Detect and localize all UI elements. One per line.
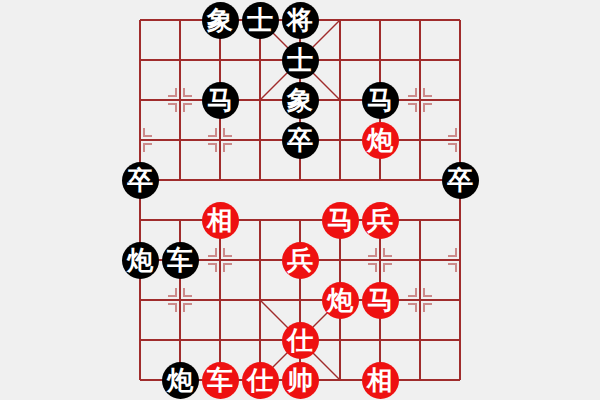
red-cannon[interactable]: 炮 bbox=[362, 122, 399, 159]
red-chariot[interactable]: 车 bbox=[202, 362, 239, 399]
black-cannon[interactable]: 炮 bbox=[162, 362, 199, 399]
xiangqi-board[interactable]: 象士将士马象马卒卒卒炮车炮炮相马兵兵炮马仕车仕帅相 bbox=[120, 0, 480, 400]
black-horse[interactable]: 马 bbox=[362, 82, 399, 119]
black-soldier[interactable]: 卒 bbox=[442, 162, 479, 199]
black-advisor[interactable]: 士 bbox=[282, 42, 319, 79]
red-advisor[interactable]: 仕 bbox=[282, 322, 319, 359]
black-elephant[interactable]: 象 bbox=[282, 82, 319, 119]
red-elephant[interactable]: 相 bbox=[202, 202, 239, 239]
red-advisor[interactable]: 仕 bbox=[242, 362, 279, 399]
red-general[interactable]: 帅 bbox=[282, 362, 319, 399]
black-horse[interactable]: 马 bbox=[202, 82, 239, 119]
red-elephant[interactable]: 相 bbox=[362, 362, 399, 399]
black-soldier[interactable]: 卒 bbox=[122, 162, 159, 199]
black-elephant[interactable]: 象 bbox=[202, 2, 239, 39]
red-soldier[interactable]: 兵 bbox=[362, 202, 399, 239]
black-general[interactable]: 将 bbox=[282, 2, 319, 39]
black-cannon[interactable]: 炮 bbox=[122, 242, 159, 279]
red-horse[interactable]: 马 bbox=[362, 282, 399, 319]
red-soldier[interactable]: 兵 bbox=[282, 242, 319, 279]
black-soldier[interactable]: 卒 bbox=[282, 122, 319, 159]
red-cannon[interactable]: 炮 bbox=[322, 282, 359, 319]
black-advisor[interactable]: 士 bbox=[242, 2, 279, 39]
xiangqi-app-background: 象士将士马象马卒卒卒炮车炮炮相马兵兵炮马仕车仕帅相 bbox=[0, 0, 600, 400]
red-horse[interactable]: 马 bbox=[322, 202, 359, 239]
black-chariot[interactable]: 车 bbox=[162, 242, 199, 279]
